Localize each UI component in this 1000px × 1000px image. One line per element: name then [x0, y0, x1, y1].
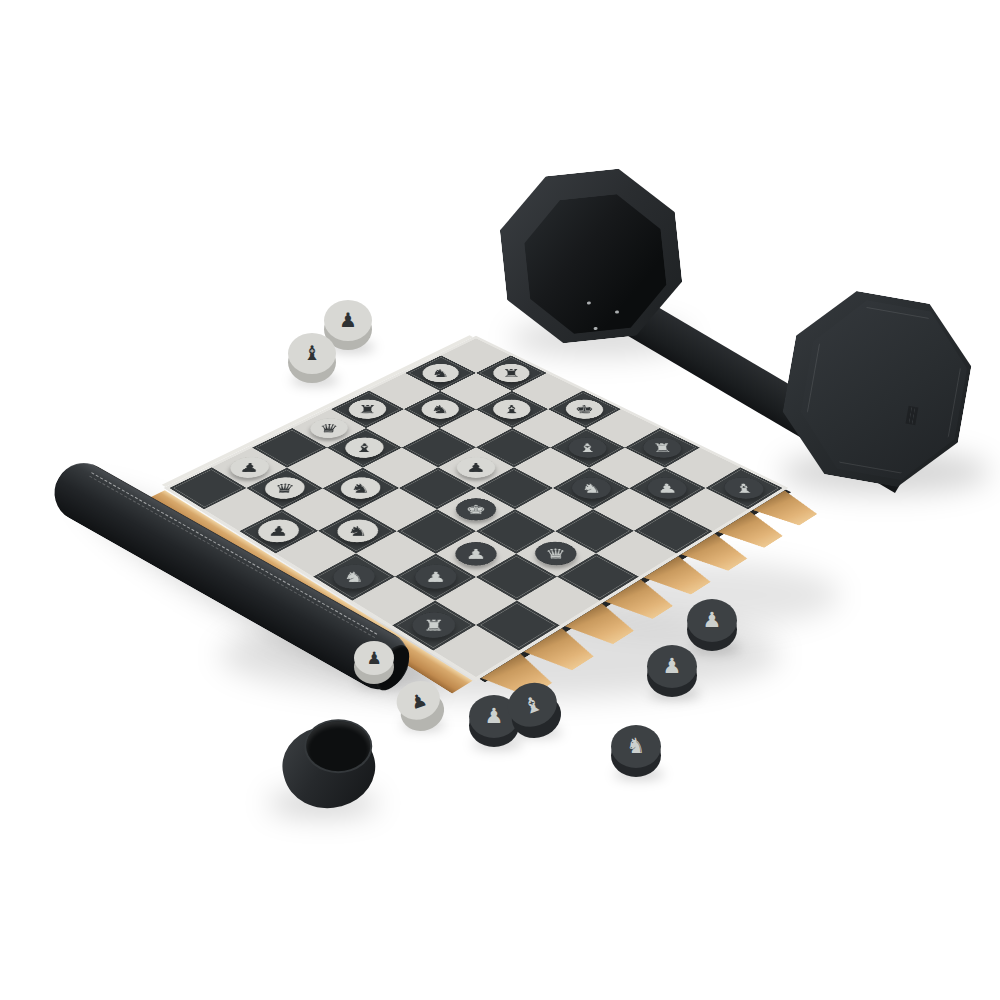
piece-white-bishop[interactable]: ♝	[288, 333, 336, 384]
octagon-open-interior	[520, 190, 671, 338]
tube-cap-opening	[304, 719, 372, 773]
piece-black-knight[interactable]: ♞	[611, 725, 661, 778]
square-d2[interactable]	[318, 509, 397, 553]
disc-top-face: ♞	[611, 725, 661, 768]
piece-white-pawn[interactable]: ♟	[354, 641, 394, 685]
product-scene: ♜♚♜♝♞♝♝♟♞♞♜♟♛♝♚♛♞♟♟♛♞♟♟♞♜ ♟♝♟♟♟♟♞♟♝	[0, 0, 1000, 1000]
square-g3[interactable]	[476, 553, 557, 600]
square-e3[interactable]	[397, 509, 476, 553]
disc-top-face: ♟	[647, 645, 697, 688]
square-g5[interactable]	[555, 509, 634, 553]
square-f4[interactable]	[476, 509, 555, 553]
square-g4[interactable]	[516, 531, 596, 577]
disc-top-face: ♟	[354, 641, 394, 675]
square-f3[interactable]	[436, 531, 516, 577]
strap-rivet	[593, 326, 597, 329]
square-g2[interactable]	[435, 577, 518, 626]
disc-top-face: ♟	[687, 599, 737, 642]
square-e4[interactable]	[437, 488, 515, 531]
square-f2[interactable]	[395, 553, 476, 600]
piece-black-pawn[interactable]: ♟	[647, 645, 697, 698]
disc-top-face: ♝	[288, 333, 336, 374]
square-e2[interactable]	[356, 531, 436, 577]
